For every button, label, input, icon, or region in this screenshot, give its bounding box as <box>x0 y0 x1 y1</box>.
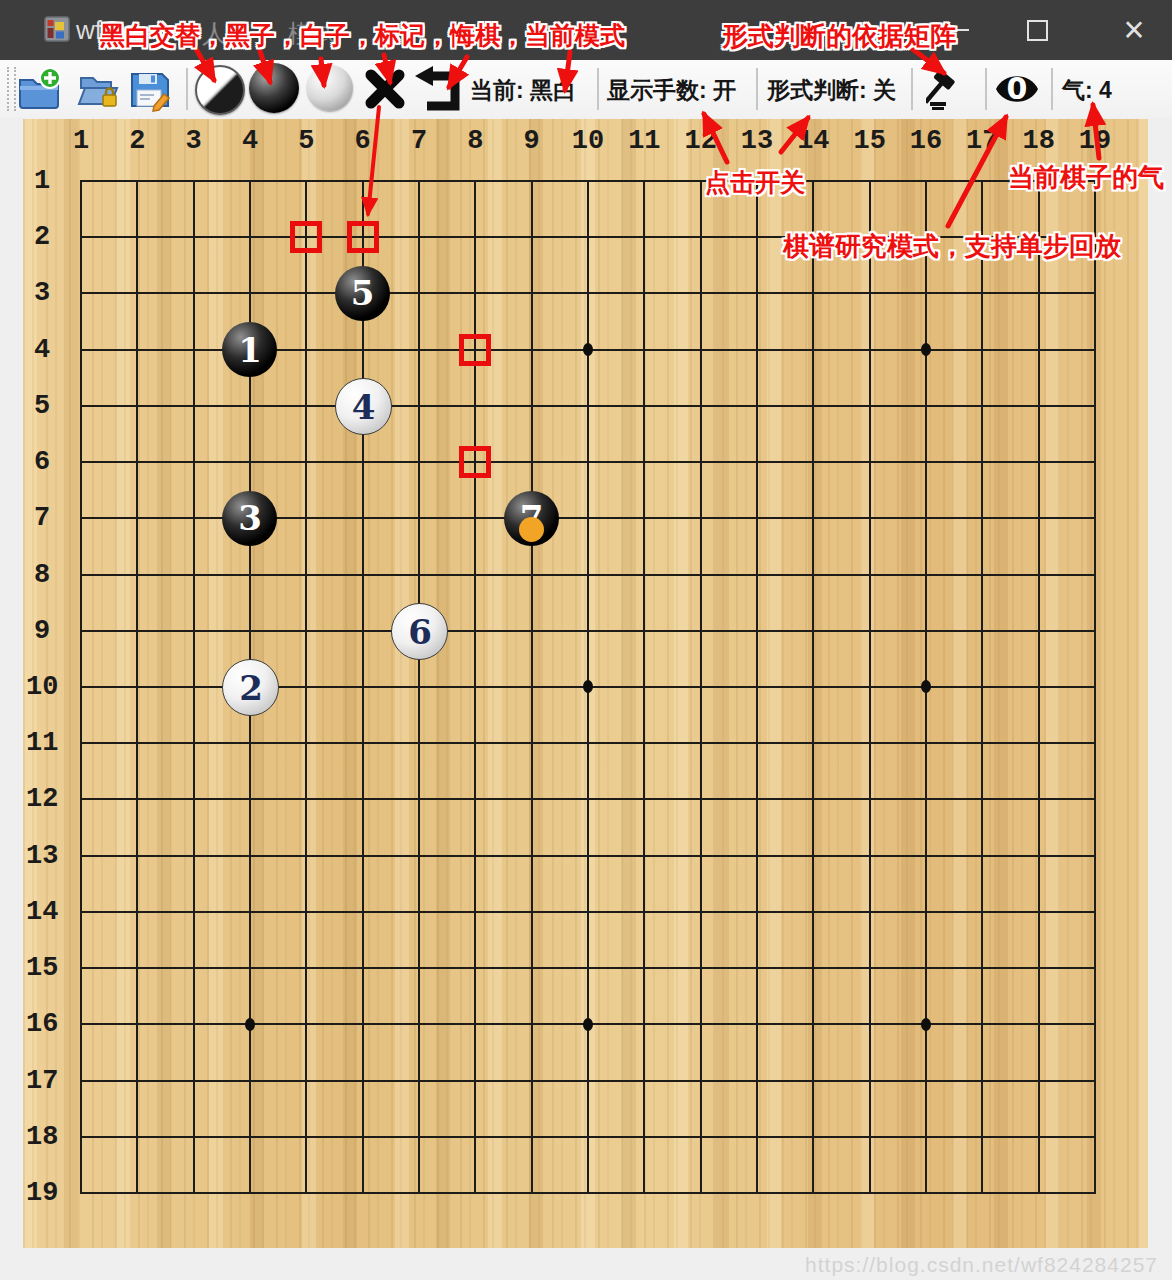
star-point <box>921 680 931 693</box>
grid-line-v <box>981 180 983 1194</box>
toolbar-separator <box>186 68 188 110</box>
grid-line-v <box>812 180 814 1194</box>
board-col-label: 7 <box>399 126 439 156</box>
star-point <box>583 1018 593 1031</box>
svg-text:0: 0 <box>1007 71 1028 106</box>
mark-square <box>459 334 491 366</box>
board-row-label: 17 <box>26 1066 58 1096</box>
app-window: wfGo 人 模式 × <box>0 0 1172 1280</box>
board-row-label: 5 <box>26 391 58 421</box>
board-col-label: 5 <box>286 126 326 156</box>
go-board[interactable]: 1122334455667788991010111112121313141415… <box>23 119 1148 1248</box>
alternate-mode-button[interactable] <box>195 65 245 115</box>
white-stone-button[interactable] <box>307 65 353 111</box>
grid-line-v <box>1038 180 1040 1194</box>
grid-line-h <box>80 855 1096 857</box>
grid-line-h <box>80 1192 1096 1194</box>
board-col-label: 13 <box>737 126 777 156</box>
board-col-label: 3 <box>174 126 214 156</box>
app-icon <box>44 16 70 42</box>
star-point <box>583 343 593 356</box>
undo-arrow-icon <box>413 66 463 114</box>
board-col-label: 14 <box>793 126 833 156</box>
annotation-2: 形式判断的依据矩阵 <box>722 19 956 54</box>
board-row-label: 11 <box>26 728 58 758</box>
stone-1-black: 1 <box>222 322 277 377</box>
grid-line-h <box>80 1136 1096 1138</box>
toolbar-separator <box>1051 68 1053 110</box>
toolbar-separator <box>911 68 913 110</box>
new-folder-icon <box>16 66 62 112</box>
x-mark-icon <box>363 67 407 111</box>
close-button[interactable]: × <box>1098 0 1170 60</box>
maximize-icon <box>1027 20 1048 41</box>
grid-line-h <box>80 798 1096 800</box>
grid-line-h <box>80 1080 1096 1082</box>
grid-line-h <box>80 911 1096 913</box>
stone-number: 4 <box>352 390 376 424</box>
board-row-label: 19 <box>26 1178 58 1208</box>
stone-6-white: 6 <box>391 603 448 660</box>
board-row-label: 3 <box>26 278 58 308</box>
board-row-label: 8 <box>26 560 58 590</box>
board-col-label: 16 <box>906 126 946 156</box>
board-col-label: 12 <box>681 126 721 156</box>
board-row-label: 1 <box>26 166 58 196</box>
save-file-button[interactable] <box>126 66 172 112</box>
board-col-label: 9 <box>512 126 552 156</box>
stone-number: 6 <box>408 615 432 649</box>
annotation-4: 当前棋子的气 <box>1008 160 1164 195</box>
study-zero-icon: 0 <box>994 66 1040 112</box>
move-numbers-toggle[interactable]: 显示手数: 开 <box>607 75 736 106</box>
toolbar-separator <box>985 68 987 110</box>
board-row-label: 2 <box>26 222 58 252</box>
board-col-label: 17 <box>962 126 1002 156</box>
black-stone-button[interactable] <box>249 63 299 113</box>
grid-line-h <box>80 967 1096 969</box>
stone-number: 1 <box>238 333 262 367</box>
toolbar-separator <box>756 68 758 110</box>
board-col-label: 19 <box>1075 126 1115 156</box>
stone-5-black: 5 <box>335 266 390 321</box>
board-col-label: 15 <box>850 126 890 156</box>
board-row-label: 12 <box>26 784 58 814</box>
board-col-label: 1 <box>61 126 101 156</box>
grid-line-v <box>1094 180 1096 1194</box>
stone-3-black: 3 <box>222 491 277 546</box>
client-area: 1122334455667788991010111112121313141415… <box>0 118 1172 1248</box>
mark-square <box>459 446 491 478</box>
shape-judge-toggle[interactable]: 形式判断: 关 <box>767 75 896 106</box>
board-row-label: 14 <box>26 897 58 927</box>
mark-square <box>290 221 322 253</box>
board-col-label: 18 <box>1019 126 1059 156</box>
annotation-1: 黑白交替，黑子，白子，标记，悔棋，当前模式 <box>100 19 625 52</box>
open-file-button[interactable] <box>76 66 122 112</box>
star-point <box>583 680 593 693</box>
stone-number: 5 <box>351 276 375 310</box>
maximize-button[interactable] <box>1002 0 1072 60</box>
toolbar-grip[interactable] <box>7 67 16 111</box>
grid-line-v <box>643 180 645 1194</box>
grid-line-v <box>756 180 758 1194</box>
grid-line-v <box>700 180 702 1194</box>
gavel-icon <box>926 66 972 112</box>
board-row-label: 16 <box>26 1009 58 1039</box>
board-col-label: 10 <box>568 126 608 156</box>
liberties-label: 气: 4 <box>1062 75 1112 106</box>
board-row-label: 4 <box>26 335 58 365</box>
board-row-label: 7 <box>26 503 58 533</box>
mark-square <box>347 221 379 253</box>
star-point <box>921 1018 931 1031</box>
open-folder-icon <box>76 66 122 112</box>
study-mode-button[interactable]: 0 <box>994 66 1040 112</box>
annotation-3: 点击开关 <box>705 166 805 199</box>
board-col-label: 11 <box>624 126 664 156</box>
save-icon <box>126 66 172 112</box>
board-row-label: 10 <box>26 672 58 702</box>
stone-2-white: 2 <box>222 659 279 716</box>
toolbar-separator <box>597 68 599 110</box>
grid-line-h <box>80 742 1096 744</box>
judge-matrix-button[interactable] <box>926 66 972 112</box>
watermark: https://blog.csdn.net/wf824284257 <box>0 1253 1158 1277</box>
board-col-label: 8 <box>455 126 495 156</box>
board-row-label: 6 <box>26 447 58 477</box>
stone-number: 3 <box>238 501 262 535</box>
board-row-label: 9 <box>26 616 58 646</box>
undo-button[interactable] <box>413 66 463 114</box>
star-point <box>921 343 931 356</box>
grid-line-v <box>869 180 871 1194</box>
board-row-label: 18 <box>26 1122 58 1152</box>
mark-button[interactable] <box>363 67 407 111</box>
board-col-label: 4 <box>230 126 270 156</box>
star-point <box>245 1018 255 1031</box>
board-row-label: 15 <box>26 953 58 983</box>
board-row-label: 13 <box>26 841 58 871</box>
stone-4-white: 4 <box>335 378 392 435</box>
toolbar: 当前: 黑白 显示手数: 开 形式判断: 关 0 气: 4 <box>0 60 1172 119</box>
board-col-label: 2 <box>117 126 157 156</box>
board-col-label: 6 <box>343 126 383 156</box>
current-mode-label: 当前: 黑白 <box>470 75 576 106</box>
new-file-button[interactable] <box>16 66 62 112</box>
stone-number: 2 <box>239 671 263 705</box>
annotation-5: 棋谱研究模式，支持单步回放 <box>783 229 1121 264</box>
